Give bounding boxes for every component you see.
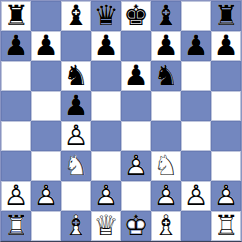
square-c3[interactable]: ♞♘ — [61, 151, 91, 181]
white-bishop[interactable]: ♝♗ — [151, 211, 181, 241]
square-c2[interactable] — [61, 181, 91, 211]
black-king[interactable]: ♚♚ — [121, 1, 151, 31]
square-a4[interactable] — [1, 121, 31, 151]
square-c6[interactable]: ♞♞ — [61, 61, 91, 91]
white-pawn[interactable]: ♟♙ — [151, 181, 181, 211]
piece-outline: ♙ — [91, 181, 121, 211]
piece-outline: ♟ — [31, 31, 61, 61]
square-b3[interactable] — [31, 151, 61, 181]
square-e8[interactable]: ♚♚ — [121, 1, 151, 31]
black-pawn[interactable]: ♟♟ — [211, 31, 241, 61]
square-g1[interactable] — [181, 211, 211, 241]
square-e6[interactable]: ♟♟ — [121, 61, 151, 91]
square-d4[interactable] — [91, 121, 121, 151]
square-a6[interactable] — [1, 61, 31, 91]
white-pawn[interactable]: ♟♙ — [121, 151, 151, 181]
square-g5[interactable] — [181, 91, 211, 121]
square-h5[interactable] — [211, 91, 241, 121]
black-rook[interactable]: ♜♜ — [1, 1, 31, 31]
square-h8[interactable]: ♜♜ — [211, 1, 241, 31]
square-c8[interactable]: ♝♝ — [61, 1, 91, 31]
square-b4[interactable] — [31, 121, 61, 151]
black-bishop[interactable]: ♝♝ — [61, 1, 91, 31]
square-e2[interactable] — [121, 181, 151, 211]
piece-outline: ♟ — [151, 31, 181, 61]
piece-outline: ♙ — [211, 181, 241, 211]
piece-outline: ♟ — [91, 31, 121, 61]
piece-outline: ♙ — [61, 121, 91, 151]
square-f6[interactable]: ♞♞ — [151, 61, 181, 91]
white-pawn[interactable]: ♟♙ — [1, 181, 31, 211]
square-b2[interactable]: ♟♙ — [31, 181, 61, 211]
square-h4[interactable] — [211, 121, 241, 151]
piece-outline: ♘ — [151, 151, 181, 181]
square-e1[interactable]: ♚♔ — [121, 211, 151, 241]
chess-board: ♜♜♝♝♛♛♚♚♝♝♜♜♟♟♟♟♟♟♟♟♟♟♟♟♞♞♟♟♞♞♟♟♟♙♞♘♟♙♞♘… — [0, 0, 242, 242]
square-g7[interactable]: ♟♟ — [181, 31, 211, 61]
square-h2[interactable]: ♟♙ — [211, 181, 241, 211]
piece-outline: ♙ — [31, 181, 61, 211]
black-pawn[interactable]: ♟♟ — [151, 31, 181, 61]
white-pawn[interactable]: ♟♙ — [91, 181, 121, 211]
piece-outline: ♟ — [121, 61, 151, 91]
square-d1[interactable]: ♛♕ — [91, 211, 121, 241]
white-king[interactable]: ♚♔ — [121, 211, 151, 241]
square-a2[interactable]: ♟♙ — [1, 181, 31, 211]
piece-outline: ♔ — [121, 211, 151, 241]
square-d7[interactable]: ♟♟ — [91, 31, 121, 61]
piece-outline: ♚ — [121, 1, 151, 31]
piece-outline: ♞ — [151, 61, 181, 91]
square-g6[interactable] — [181, 61, 211, 91]
square-c7[interactable] — [61, 31, 91, 61]
square-f5[interactable] — [151, 91, 181, 121]
black-knight[interactable]: ♞♞ — [151, 61, 181, 91]
square-f7[interactable]: ♟♟ — [151, 31, 181, 61]
black-rook[interactable]: ♜♜ — [211, 1, 241, 31]
piece-outline: ♟ — [181, 31, 211, 61]
white-pawn[interactable]: ♟♙ — [61, 121, 91, 151]
white-pawn[interactable]: ♟♙ — [31, 181, 61, 211]
black-pawn[interactable]: ♟♟ — [31, 31, 61, 61]
square-e5[interactable] — [121, 91, 151, 121]
piece-outline: ♗ — [151, 211, 181, 241]
piece-outline: ♟ — [211, 31, 241, 61]
square-a3[interactable] — [1, 151, 31, 181]
piece-outline: ♟ — [1, 31, 31, 61]
square-f3[interactable]: ♞♘ — [151, 151, 181, 181]
square-h7[interactable]: ♟♟ — [211, 31, 241, 61]
square-b5[interactable] — [31, 91, 61, 121]
square-a1[interactable]: ♜♖ — [1, 211, 31, 241]
square-e4[interactable] — [121, 121, 151, 151]
piece-outline: ♖ — [1, 211, 31, 241]
square-c5[interactable]: ♟♟ — [61, 91, 91, 121]
black-pawn[interactable]: ♟♟ — [61, 91, 91, 121]
white-bishop[interactable]: ♝♗ — [61, 211, 91, 241]
square-f2[interactable]: ♟♙ — [151, 181, 181, 211]
white-pawn[interactable]: ♟♙ — [211, 181, 241, 211]
square-c1[interactable]: ♝♗ — [61, 211, 91, 241]
square-d2[interactable]: ♟♙ — [91, 181, 121, 211]
square-a8[interactable]: ♜♜ — [1, 1, 31, 31]
black-knight[interactable]: ♞♞ — [61, 61, 91, 91]
square-e7[interactable] — [121, 31, 151, 61]
piece-outline: ♖ — [211, 211, 241, 241]
square-d8[interactable]: ♛♛ — [91, 1, 121, 31]
piece-outline: ♝ — [61, 1, 91, 31]
piece-outline: ♜ — [211, 1, 241, 31]
piece-outline: ♝ — [151, 1, 181, 31]
square-g3[interactable] — [181, 151, 211, 181]
square-g4[interactable] — [181, 121, 211, 151]
black-pawn[interactable]: ♟♟ — [1, 31, 31, 61]
square-b8[interactable] — [31, 1, 61, 31]
piece-outline: ♜ — [1, 1, 31, 31]
square-h6[interactable] — [211, 61, 241, 91]
white-queen[interactable]: ♛♕ — [91, 211, 121, 241]
square-b1[interactable] — [31, 211, 61, 241]
square-h3[interactable] — [211, 151, 241, 181]
piece-outline: ♙ — [1, 181, 31, 211]
square-c4[interactable]: ♟♙ — [61, 121, 91, 151]
piece-outline: ♕ — [91, 211, 121, 241]
square-a7[interactable]: ♟♟ — [1, 31, 31, 61]
black-pawn[interactable]: ♟♟ — [181, 31, 211, 61]
square-d5[interactable] — [91, 91, 121, 121]
square-g2[interactable]: ♟♙ — [181, 181, 211, 211]
white-rook[interactable]: ♜♖ — [211, 211, 241, 241]
piece-outline: ♙ — [151, 181, 181, 211]
black-pawn[interactable]: ♟♟ — [91, 31, 121, 61]
square-f1[interactable]: ♝♗ — [151, 211, 181, 241]
white-rook[interactable]: ♜♖ — [1, 211, 31, 241]
square-b6[interactable] — [31, 61, 61, 91]
square-b7[interactable]: ♟♟ — [31, 31, 61, 61]
white-pawn[interactable]: ♟♙ — [181, 181, 211, 211]
square-f4[interactable] — [151, 121, 181, 151]
piece-outline: ♛ — [91, 1, 121, 31]
square-d6[interactable] — [91, 61, 121, 91]
square-d3[interactable] — [91, 151, 121, 181]
piece-outline: ♟ — [61, 91, 91, 121]
white-knight[interactable]: ♞♘ — [151, 151, 181, 181]
square-a5[interactable] — [1, 91, 31, 121]
square-f8[interactable]: ♝♝ — [151, 1, 181, 31]
piece-outline: ♙ — [181, 181, 211, 211]
black-pawn[interactable]: ♟♟ — [121, 61, 151, 91]
piece-outline: ♞ — [61, 61, 91, 91]
piece-outline: ♘ — [61, 151, 91, 181]
black-bishop[interactable]: ♝♝ — [151, 1, 181, 31]
black-queen[interactable]: ♛♛ — [91, 1, 121, 31]
white-knight[interactable]: ♞♘ — [61, 151, 91, 181]
square-h1[interactable]: ♜♖ — [211, 211, 241, 241]
piece-outline: ♗ — [61, 211, 91, 241]
piece-outline: ♙ — [121, 151, 151, 181]
square-e3[interactable]: ♟♙ — [121, 151, 151, 181]
square-g8[interactable] — [181, 1, 211, 31]
